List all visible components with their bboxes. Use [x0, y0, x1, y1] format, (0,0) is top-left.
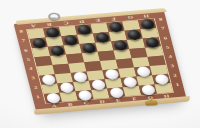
coordinate-label: E — [110, 98, 127, 103]
white-piece-g1[interactable] — [140, 84, 155, 95]
white-piece-c1[interactable] — [77, 90, 92, 101]
coordinate-label: A — [46, 104, 63, 109]
product-photo-checkers-set: ABCDEFGH ABCDEFGH 87654321 87654321 — [0, 0, 200, 128]
coordinate-label: 1 — [36, 95, 42, 105]
playing-field — [26, 18, 174, 104]
square-h1[interactable] — [155, 83, 173, 94]
coordinate-label: 1 — [175, 83, 181, 93]
coordinate-label: H — [158, 94, 175, 99]
coordinate-label: B — [62, 102, 79, 107]
coordinate-label: F — [126, 97, 143, 102]
coordinate-label: G — [142, 95, 159, 100]
coordinate-label: D — [94, 99, 111, 104]
white-piece-e1[interactable] — [108, 87, 123, 98]
checkers-board: ABCDEFGH ABCDEFGH 87654321 87654321 — [14, 11, 187, 111]
white-piece-a1[interactable] — [45, 92, 60, 103]
coordinate-label: C — [78, 101, 95, 106]
